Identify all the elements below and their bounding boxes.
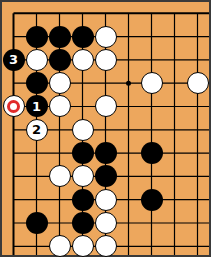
board-intersection xyxy=(186,72,209,95)
board-intersection xyxy=(2,95,25,118)
board-intersection xyxy=(2,118,25,141)
white-stone xyxy=(3,95,25,117)
board-intersection xyxy=(48,235,71,257)
board-intersection xyxy=(71,95,94,118)
board-intersection xyxy=(94,141,117,164)
board-intersection: 2 xyxy=(25,118,48,141)
board-intersection xyxy=(94,118,117,141)
board-intersection xyxy=(117,188,140,211)
board-intersection xyxy=(25,48,48,71)
white-stone xyxy=(72,235,94,257)
board-intersection xyxy=(94,95,117,118)
board-intersection xyxy=(186,95,209,118)
board-intersection xyxy=(71,165,94,188)
board-intersection xyxy=(186,2,209,25)
board-intersection xyxy=(163,165,186,188)
board-intersection xyxy=(117,72,140,95)
board-intersection xyxy=(186,188,209,211)
circle-marker xyxy=(7,100,20,113)
board-intersection xyxy=(2,72,25,95)
board-intersection xyxy=(186,211,209,234)
board-intersection xyxy=(186,25,209,48)
board-intersection xyxy=(163,2,186,25)
black-stone xyxy=(95,165,117,187)
board-intersection xyxy=(94,188,117,211)
board-intersection xyxy=(140,25,163,48)
board-intersection xyxy=(117,211,140,234)
white-stone xyxy=(187,72,209,94)
board-intersection xyxy=(186,118,209,141)
white-stone xyxy=(95,95,117,117)
board-intersection xyxy=(140,48,163,71)
board-intersection xyxy=(48,72,71,95)
board-intersection xyxy=(2,211,25,234)
white-stone xyxy=(95,26,117,48)
board-intersection xyxy=(71,141,94,164)
move-number-label: 2 xyxy=(32,123,41,136)
board-intersection xyxy=(71,48,94,71)
board-intersection xyxy=(71,118,94,141)
black-stone xyxy=(141,142,163,164)
white-stone xyxy=(49,235,71,257)
board-intersection xyxy=(2,25,25,48)
board-intersection xyxy=(163,95,186,118)
board-intersection xyxy=(25,72,48,95)
board-intersection xyxy=(117,2,140,25)
black-stone xyxy=(72,212,94,234)
board-intersection xyxy=(140,141,163,164)
board-intersection xyxy=(2,235,25,257)
board-intersection xyxy=(140,2,163,25)
black-stone: 1 xyxy=(26,95,48,117)
white-stone xyxy=(95,212,117,234)
board-intersection xyxy=(163,141,186,164)
board-intersection xyxy=(163,188,186,211)
board-intersection xyxy=(48,165,71,188)
black-stone xyxy=(72,142,94,164)
board-intersection xyxy=(71,188,94,211)
board-intersection xyxy=(25,141,48,164)
board-intersection xyxy=(48,188,71,211)
board-intersection xyxy=(140,72,163,95)
white-stone xyxy=(72,165,94,187)
board-intersection xyxy=(48,25,71,48)
black-stone xyxy=(141,189,163,211)
board-intersection xyxy=(117,141,140,164)
board-intersection xyxy=(71,2,94,25)
board-intersection xyxy=(25,2,48,25)
board-intersection xyxy=(94,72,117,95)
board-intersection xyxy=(117,25,140,48)
white-stone xyxy=(72,119,94,141)
board-intersection xyxy=(2,141,25,164)
board-intersection xyxy=(140,235,163,257)
white-stone: 2 xyxy=(26,119,48,141)
board-intersection xyxy=(163,118,186,141)
board-intersection xyxy=(71,235,94,257)
board-intersection xyxy=(48,95,71,118)
board-intersection xyxy=(48,211,71,234)
black-stone: 3 xyxy=(3,49,25,71)
board-intersection: 1 xyxy=(25,95,48,118)
black-stone xyxy=(72,189,94,211)
board-intersection xyxy=(2,188,25,211)
black-stone xyxy=(26,26,48,48)
black-stone xyxy=(95,142,117,164)
board-intersection xyxy=(2,2,25,25)
board-intersection xyxy=(163,48,186,71)
board-intersection xyxy=(163,235,186,257)
board-intersection xyxy=(186,141,209,164)
white-stone xyxy=(95,235,117,257)
board-intersection xyxy=(163,72,186,95)
board-intersection xyxy=(71,25,94,48)
board-intersection xyxy=(2,165,25,188)
board-intersection xyxy=(117,118,140,141)
move-number-label: 1 xyxy=(32,100,41,113)
board-intersection xyxy=(94,2,117,25)
board-intersection xyxy=(94,235,117,257)
board-intersection xyxy=(186,165,209,188)
move-number-label: 3 xyxy=(9,53,18,66)
board-intersection xyxy=(25,235,48,257)
board-intersection xyxy=(117,235,140,257)
board-intersection xyxy=(163,25,186,48)
black-stone xyxy=(26,72,48,94)
board-intersection xyxy=(117,165,140,188)
board-intersection xyxy=(94,25,117,48)
board-intersection xyxy=(25,188,48,211)
black-stone xyxy=(72,26,94,48)
board-intersection xyxy=(140,95,163,118)
go-board: 312 xyxy=(0,0,211,257)
board-intersection xyxy=(48,141,71,164)
board-intersection xyxy=(186,235,209,257)
black-stone xyxy=(49,49,71,71)
black-stone xyxy=(26,212,48,234)
white-stone xyxy=(72,49,94,71)
board-intersection xyxy=(117,95,140,118)
white-stone xyxy=(26,49,48,71)
white-stone xyxy=(49,95,71,117)
board-intersection xyxy=(25,165,48,188)
board-intersection xyxy=(48,118,71,141)
board-intersection xyxy=(140,211,163,234)
board-intersection xyxy=(94,48,117,71)
board-intersection xyxy=(71,211,94,234)
white-stone xyxy=(49,72,71,94)
board-intersection xyxy=(25,211,48,234)
white-stone xyxy=(95,189,117,211)
board-intersection xyxy=(163,211,186,234)
white-stone xyxy=(141,72,163,94)
board-intersection xyxy=(186,48,209,71)
board-intersection xyxy=(25,25,48,48)
board-intersection xyxy=(140,118,163,141)
board-intersection: 3 xyxy=(2,48,25,71)
white-stone xyxy=(95,49,117,71)
go-board-grid: 312 xyxy=(2,2,209,257)
board-intersection xyxy=(71,72,94,95)
board-intersection xyxy=(94,211,117,234)
board-intersection xyxy=(140,188,163,211)
board-intersection xyxy=(48,2,71,25)
white-stone xyxy=(49,165,71,187)
board-intersection xyxy=(117,48,140,71)
board-intersection xyxy=(48,48,71,71)
board-intersection xyxy=(140,165,163,188)
board-intersection xyxy=(94,165,117,188)
black-stone xyxy=(49,26,71,48)
